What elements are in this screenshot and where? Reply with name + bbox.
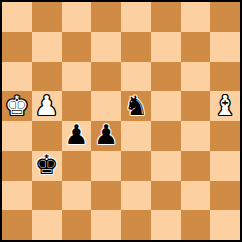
square-a7[interactable] <box>2 32 32 62</box>
square-a8[interactable] <box>2 2 32 32</box>
square-c4[interactable]: ♟ <box>62 121 92 151</box>
square-e3[interactable] <box>121 151 151 181</box>
white-pawn-piece: ♟ <box>35 92 59 119</box>
square-d6[interactable] <box>91 62 121 92</box>
chess-board: ♚♟♞♝♟♟♚ <box>2 2 240 240</box>
square-c5[interactable] <box>62 91 92 121</box>
square-g8[interactable] <box>181 2 211 32</box>
square-d8[interactable] <box>91 2 121 32</box>
white-king-piece: ♚ <box>5 92 29 119</box>
square-h7[interactable] <box>210 32 240 62</box>
square-b8[interactable] <box>32 2 62 32</box>
square-c1[interactable] <box>62 210 92 240</box>
square-e6[interactable] <box>121 62 151 92</box>
square-e4[interactable] <box>121 121 151 151</box>
square-e8[interactable] <box>121 2 151 32</box>
square-f8[interactable] <box>151 2 181 32</box>
square-g4[interactable] <box>181 121 211 151</box>
chess-board-frame: ♚♟♞♝♟♟♚ <box>0 0 242 242</box>
square-f6[interactable] <box>151 62 181 92</box>
square-b7[interactable] <box>32 32 62 62</box>
square-c6[interactable] <box>62 62 92 92</box>
square-g1[interactable] <box>181 210 211 240</box>
square-a6[interactable] <box>2 62 32 92</box>
square-g2[interactable] <box>181 181 211 211</box>
square-e1[interactable] <box>121 210 151 240</box>
square-f5[interactable] <box>151 91 181 121</box>
square-f4[interactable] <box>151 121 181 151</box>
square-d5[interactable] <box>91 91 121 121</box>
square-e7[interactable] <box>121 32 151 62</box>
square-e2[interactable] <box>121 181 151 211</box>
square-a4[interactable] <box>2 121 32 151</box>
square-f1[interactable] <box>151 210 181 240</box>
square-f2[interactable] <box>151 181 181 211</box>
square-d7[interactable] <box>91 32 121 62</box>
square-h5[interactable]: ♝ <box>210 91 240 121</box>
square-d1[interactable] <box>91 210 121 240</box>
square-a1[interactable] <box>2 210 32 240</box>
square-d4[interactable]: ♟ <box>91 121 121 151</box>
square-g6[interactable] <box>181 62 211 92</box>
black-pawn-piece: ♟ <box>64 121 88 148</box>
square-b1[interactable] <box>32 210 62 240</box>
square-h3[interactable] <box>210 151 240 181</box>
square-b5[interactable]: ♟ <box>32 91 62 121</box>
square-b6[interactable] <box>32 62 62 92</box>
black-pawn-piece: ♟ <box>94 121 118 148</box>
square-a2[interactable] <box>2 181 32 211</box>
square-g3[interactable] <box>181 151 211 181</box>
square-d3[interactable] <box>91 151 121 181</box>
square-g7[interactable] <box>181 32 211 62</box>
black-king-piece: ♚ <box>35 151 59 178</box>
square-b3[interactable]: ♚ <box>32 151 62 181</box>
square-b4[interactable] <box>32 121 62 151</box>
square-h6[interactable] <box>210 62 240 92</box>
white-bishop-piece: ♝ <box>213 92 237 119</box>
square-c2[interactable] <box>62 181 92 211</box>
square-c3[interactable] <box>62 151 92 181</box>
square-c7[interactable] <box>62 32 92 62</box>
square-h1[interactable] <box>210 210 240 240</box>
square-c8[interactable] <box>62 2 92 32</box>
square-f3[interactable] <box>151 151 181 181</box>
square-a5[interactable]: ♚ <box>2 91 32 121</box>
square-a3[interactable] <box>2 151 32 181</box>
square-g5[interactable] <box>181 91 211 121</box>
square-f7[interactable] <box>151 32 181 62</box>
square-d2[interactable] <box>91 181 121 211</box>
square-e5[interactable]: ♞ <box>121 91 151 121</box>
square-h4[interactable] <box>210 121 240 151</box>
square-b2[interactable] <box>32 181 62 211</box>
square-h2[interactable] <box>210 181 240 211</box>
black-knight-piece: ♞ <box>124 92 148 119</box>
square-h8[interactable] <box>210 2 240 32</box>
